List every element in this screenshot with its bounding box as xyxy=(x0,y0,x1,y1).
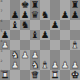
square-e1[interactable] xyxy=(40,70,50,80)
square-c3[interactable]: ♟ xyxy=(20,50,30,60)
square-c5[interactable] xyxy=(20,30,30,40)
piece-white-bishop-h4[interactable]: ♝ xyxy=(71,40,80,50)
square-e2[interactable]: ♝ xyxy=(40,60,50,70)
square-h7[interactable]: ♟ xyxy=(70,10,80,20)
square-g4[interactable] xyxy=(60,40,70,50)
square-h6[interactable] xyxy=(70,20,80,30)
square-e7[interactable]: ♞ xyxy=(40,10,50,20)
rank-label-7: 7 xyxy=(1,10,3,13)
piece-white-rook-f1[interactable]: ♜ xyxy=(51,70,60,80)
piece-black-knight-c6[interactable]: ♞ xyxy=(21,20,30,30)
square-f1[interactable]: ♜ xyxy=(50,70,60,80)
rank-label-3: 3 xyxy=(1,50,3,53)
square-d1[interactable]: ♛ xyxy=(30,70,40,80)
square-g7[interactable]: ♟ xyxy=(60,10,70,20)
piece-black-knight-e7[interactable]: ♞ xyxy=(41,10,50,20)
chess-board: 8♚♜♜7♟♟♛♞♟♟6♝♞♟5♟♝♟4♟♝3♞♟♟2♟♞♝♟♟♟1♜♛♜♚ xyxy=(0,0,80,80)
piece-white-pawn-a4[interactable]: ♟ xyxy=(1,40,10,50)
piece-white-rook-a1[interactable]: ♜ xyxy=(1,70,10,80)
rank-label-2: 2 xyxy=(1,60,3,63)
square-a3[interactable]: 3 xyxy=(0,50,10,60)
square-a8[interactable]: 8 xyxy=(0,0,10,10)
square-g2[interactable]: ♟ xyxy=(60,60,70,70)
square-c1[interactable] xyxy=(20,70,30,80)
square-f4[interactable] xyxy=(50,40,60,50)
square-f6[interactable]: ♟ xyxy=(50,20,60,30)
square-f5[interactable] xyxy=(50,30,60,40)
piece-white-queen-d1[interactable]: ♛ xyxy=(31,70,40,80)
square-b1[interactable] xyxy=(10,70,20,80)
square-d5[interactable]: ♝ xyxy=(30,30,40,40)
rank-label-8: 8 xyxy=(1,0,3,3)
square-g6[interactable] xyxy=(60,20,70,30)
square-e5[interactable]: ♟ xyxy=(40,30,50,40)
square-c2[interactable] xyxy=(20,60,30,70)
piece-black-bishop-b6[interactable]: ♝ xyxy=(11,20,20,30)
square-b6[interactable]: ♝ xyxy=(10,20,20,30)
square-b2[interactable]: ♟ xyxy=(10,60,20,70)
piece-white-pawn-b2[interactable]: ♟ xyxy=(11,60,20,70)
piece-white-king-h1[interactable]: ♚ xyxy=(71,70,80,80)
piece-black-pawn-g7[interactable]: ♟ xyxy=(61,10,70,20)
square-a1[interactable]: 1♜ xyxy=(0,70,10,80)
square-g5[interactable] xyxy=(60,30,70,40)
square-b5[interactable] xyxy=(10,30,20,40)
piece-black-pawn-h7[interactable]: ♟ xyxy=(71,10,80,20)
square-c6[interactable]: ♞ xyxy=(20,20,30,30)
piece-black-bishop-d5[interactable]: ♝ xyxy=(31,30,40,40)
square-h4[interactable]: ♝ xyxy=(70,40,80,50)
square-a7[interactable]: 7 xyxy=(0,10,10,20)
piece-white-pawn-g2[interactable]: ♟ xyxy=(61,60,70,70)
square-e4[interactable] xyxy=(40,40,50,50)
square-g1[interactable] xyxy=(60,70,70,80)
piece-white-pawn-c3[interactable]: ♟ xyxy=(21,50,30,60)
rank-label-6: 6 xyxy=(1,20,3,23)
piece-black-pawn-f6[interactable]: ♟ xyxy=(51,20,60,30)
piece-white-bishop-e2[interactable]: ♝ xyxy=(41,60,50,70)
square-a4[interactable]: 4♟ xyxy=(0,40,10,50)
piece-black-pawn-e5[interactable]: ♟ xyxy=(41,30,50,40)
piece-black-queen-d7[interactable]: ♛ xyxy=(31,10,40,20)
square-f8[interactable] xyxy=(50,0,60,10)
square-h1[interactable]: ♚ xyxy=(70,70,80,80)
square-d7[interactable]: ♛ xyxy=(30,10,40,20)
